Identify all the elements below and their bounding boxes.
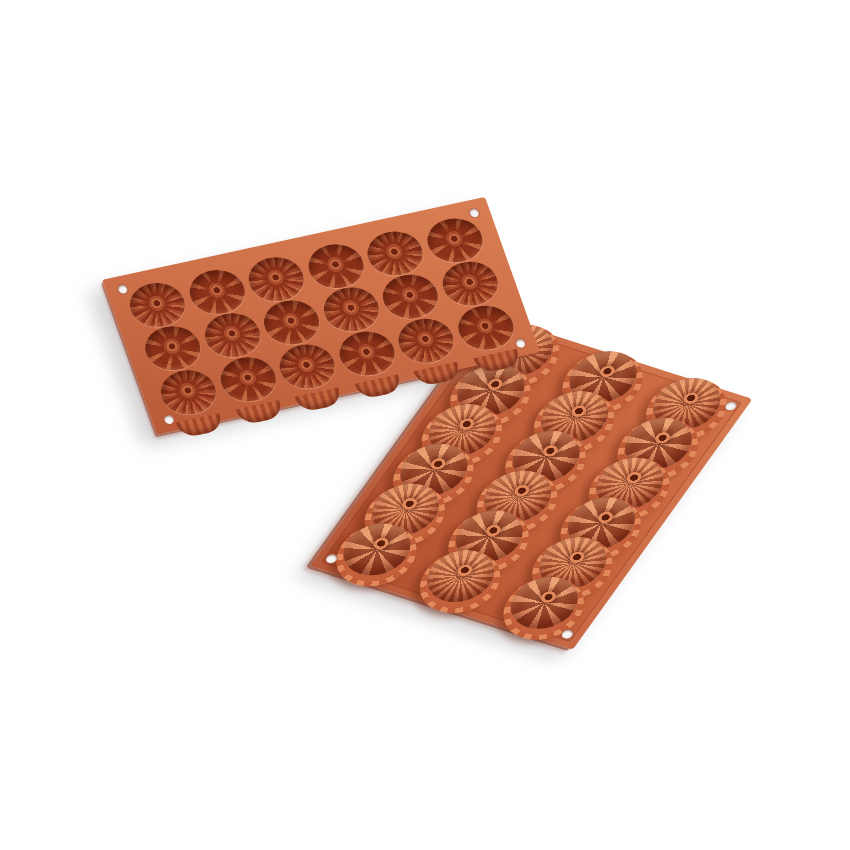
- bundt-cavity: [317, 283, 385, 337]
- bundt-cavity: [301, 239, 369, 293]
- corner-hole: [468, 207, 480, 217]
- bundt-cavity: [214, 352, 282, 406]
- corner-hole: [514, 338, 526, 348]
- bundt-cavity: [123, 278, 191, 332]
- bundt-cavity: [420, 213, 488, 267]
- bundt-cavity: [273, 339, 341, 393]
- bundt-cavity: [436, 257, 504, 311]
- bundt-cavity: [257, 295, 325, 349]
- bundt-cavity: [139, 321, 207, 375]
- bundt-cavity: [451, 300, 519, 354]
- scene: [0, 0, 850, 850]
- bundt-cavity: [392, 313, 460, 367]
- bundt-cavity: [154, 365, 222, 419]
- bundt-cavity: [332, 326, 400, 380]
- bundt-cavity: [183, 265, 251, 319]
- corner-hole: [162, 414, 174, 424]
- bundt-cavity: [376, 270, 444, 324]
- bundt-cavity: [361, 226, 429, 280]
- bundt-cavity: [198, 308, 266, 362]
- corner-hole: [116, 284, 128, 294]
- bundt-cavity: [242, 252, 310, 306]
